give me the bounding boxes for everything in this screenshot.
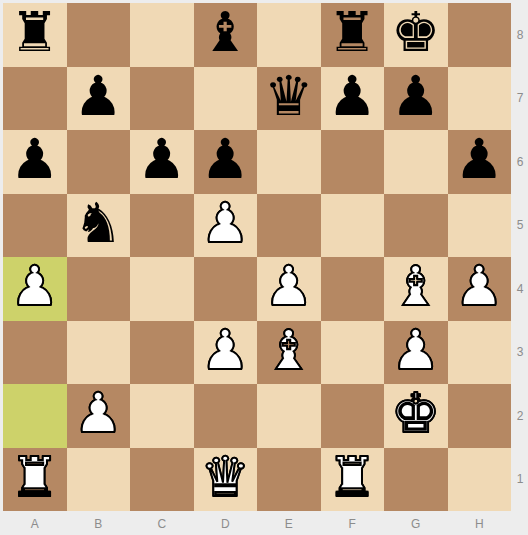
square-d5[interactable]: ♟	[194, 194, 258, 258]
black-rook[interactable]: ♜	[10, 5, 59, 60]
rank-label-7: 7	[512, 67, 528, 131]
square-b6[interactable]	[67, 130, 131, 194]
square-a1[interactable]: ♜	[3, 448, 67, 512]
square-g8[interactable]: ♚	[384, 3, 448, 67]
file-label-e: E	[257, 512, 321, 535]
file-label-f: F	[321, 512, 385, 535]
square-g7[interactable]: ♟	[384, 67, 448, 131]
white-pawn[interactable]: ♟	[201, 323, 250, 378]
black-rook[interactable]: ♜	[328, 5, 377, 60]
square-f4[interactable]	[321, 257, 385, 321]
square-f1[interactable]: ♜	[321, 448, 385, 512]
black-king[interactable]: ♚	[391, 5, 440, 60]
rank-label-1: 1	[512, 448, 528, 512]
square-f8[interactable]: ♜	[321, 3, 385, 67]
square-d6[interactable]: ♟	[194, 130, 258, 194]
square-c3[interactable]	[130, 321, 194, 385]
file-label-a: A	[3, 512, 67, 535]
rank-label-3: 3	[512, 321, 528, 385]
black-knight[interactable]: ♞	[74, 196, 123, 251]
white-bishop[interactable]: ♝	[264, 323, 313, 378]
square-a5[interactable]	[3, 194, 67, 258]
square-h3[interactable]	[448, 321, 512, 385]
square-h1[interactable]	[448, 448, 512, 512]
rank-label-8: 8	[512, 3, 528, 67]
square-e3[interactable]: ♝	[257, 321, 321, 385]
black-queen[interactable]: ♛	[264, 69, 313, 124]
white-queen[interactable]: ♛	[201, 450, 250, 505]
black-pawn[interactable]: ♟	[10, 132, 59, 187]
square-g5[interactable]	[384, 194, 448, 258]
white-pawn[interactable]: ♟	[264, 259, 313, 314]
square-d7[interactable]	[194, 67, 258, 131]
white-pawn[interactable]: ♟	[201, 196, 250, 251]
file-label-h: H	[448, 512, 512, 535]
white-pawn[interactable]: ♟	[10, 259, 59, 314]
square-e2[interactable]	[257, 384, 321, 448]
black-pawn[interactable]: ♟	[137, 132, 186, 187]
white-bishop[interactable]: ♝	[391, 259, 440, 314]
square-a4[interactable]: ♟	[3, 257, 67, 321]
square-c7[interactable]	[130, 67, 194, 131]
square-a3[interactable]	[3, 321, 67, 385]
square-e6[interactable]	[257, 130, 321, 194]
square-h6[interactable]: ♟	[448, 130, 512, 194]
white-king[interactable]: ♚	[391, 386, 440, 441]
square-a7[interactable]	[3, 67, 67, 131]
square-h7[interactable]	[448, 67, 512, 131]
square-e1[interactable]	[257, 448, 321, 512]
rank-label-2: 2	[512, 384, 528, 448]
square-c2[interactable]	[130, 384, 194, 448]
square-f7[interactable]: ♟	[321, 67, 385, 131]
square-g4[interactable]: ♝	[384, 257, 448, 321]
square-d1[interactable]: ♛	[194, 448, 258, 512]
rank-label-4: 4	[512, 257, 528, 321]
square-a2[interactable]	[3, 384, 67, 448]
square-b7[interactable]: ♟	[67, 67, 131, 131]
square-e7[interactable]: ♛	[257, 67, 321, 131]
square-h8[interactable]	[448, 3, 512, 67]
rank-label-6: 6	[512, 130, 528, 194]
square-e5[interactable]	[257, 194, 321, 258]
square-g2[interactable]: ♚	[384, 384, 448, 448]
square-f5[interactable]	[321, 194, 385, 258]
square-h5[interactable]	[448, 194, 512, 258]
square-c6[interactable]: ♟	[130, 130, 194, 194]
square-b3[interactable]	[67, 321, 131, 385]
square-g6[interactable]	[384, 130, 448, 194]
white-rook[interactable]: ♜	[10, 450, 59, 505]
square-a6[interactable]: ♟	[3, 130, 67, 194]
square-d3[interactable]: ♟	[194, 321, 258, 385]
black-pawn[interactable]: ♟	[201, 132, 250, 187]
rank-labels: 87654321	[512, 3, 528, 511]
square-d4[interactable]	[194, 257, 258, 321]
square-c8[interactable]	[130, 3, 194, 67]
square-e4[interactable]: ♟	[257, 257, 321, 321]
file-labels: ABCDEFGH	[3, 512, 511, 535]
white-pawn[interactable]: ♟	[391, 323, 440, 378]
square-b5[interactable]: ♞	[67, 194, 131, 258]
square-b4[interactable]	[67, 257, 131, 321]
file-label-g: G	[384, 512, 448, 535]
square-h2[interactable]	[448, 384, 512, 448]
square-c5[interactable]	[130, 194, 194, 258]
file-label-d: D	[194, 512, 258, 535]
square-b8[interactable]	[67, 3, 131, 67]
square-a8[interactable]: ♜	[3, 3, 67, 67]
square-b1[interactable]	[67, 448, 131, 512]
square-c4[interactable]	[130, 257, 194, 321]
square-b2[interactable]: ♟	[67, 384, 131, 448]
black-pawn[interactable]: ♟	[328, 69, 377, 124]
file-label-b: B	[67, 512, 131, 535]
black-pawn[interactable]: ♟	[391, 69, 440, 124]
white-rook[interactable]: ♜	[328, 450, 377, 505]
square-f3[interactable]	[321, 321, 385, 385]
square-g1[interactable]	[384, 448, 448, 512]
square-g3[interactable]: ♟	[384, 321, 448, 385]
file-label-c: C	[130, 512, 194, 535]
white-pawn[interactable]: ♟	[455, 259, 504, 314]
square-d8[interactable]: ♝	[194, 3, 258, 67]
black-pawn[interactable]: ♟	[455, 132, 504, 187]
square-f6[interactable]	[321, 130, 385, 194]
black-bishop[interactable]: ♝	[201, 5, 250, 60]
square-h4[interactable]: ♟	[448, 257, 512, 321]
square-c1[interactable]	[130, 448, 194, 512]
square-f2[interactable]	[321, 384, 385, 448]
chess-board: ♜♝♜♚♟♛♟♟♟♟♟♟♞♟♟♟♝♟♟♝♟♟♚♜♛♜	[3, 3, 511, 511]
rank-label-5: 5	[512, 194, 528, 258]
square-d2[interactable]	[194, 384, 258, 448]
square-e8[interactable]	[257, 3, 321, 67]
black-pawn[interactable]: ♟	[74, 69, 123, 124]
white-pawn[interactable]: ♟	[74, 386, 123, 441]
